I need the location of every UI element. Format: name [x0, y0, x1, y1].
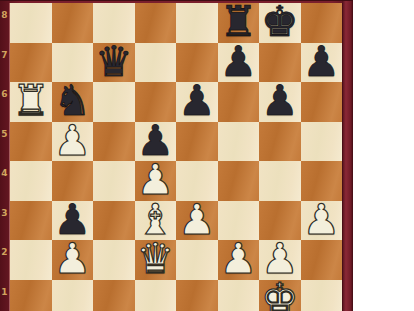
- rank-label-4: 4: [0, 168, 9, 178]
- piece-white-pawn[interactable]: ♟: [219, 239, 257, 278]
- piece-white-king[interactable]: ♚: [261, 279, 299, 311]
- square-c2[interactable]: [93, 240, 135, 280]
- square-b5[interactable]: ♟: [52, 122, 94, 162]
- square-e2[interactable]: [176, 240, 218, 280]
- piece-black-king[interactable]: ♚: [261, 2, 299, 41]
- piece-white-pawn[interactable]: ♟: [302, 200, 340, 239]
- square-h7[interactable]: ♟: [301, 43, 343, 83]
- chessboard-frame: 87654321 ♜♚♛♟♟♜♞♟♟♟♟♟♟♝♟♟♟♛♟♟♚: [0, 0, 353, 311]
- square-a8[interactable]: [10, 3, 52, 43]
- square-g5[interactable]: [259, 122, 301, 162]
- square-a1[interactable]: [10, 280, 52, 311]
- piece-black-pawn[interactable]: ♟: [136, 121, 174, 160]
- square-c3[interactable]: [93, 201, 135, 241]
- square-h1[interactable]: [301, 280, 343, 311]
- piece-black-knight[interactable]: ♞: [53, 81, 91, 120]
- piece-white-pawn[interactable]: ♟: [261, 239, 299, 278]
- square-a5[interactable]: [10, 122, 52, 162]
- piece-black-pawn[interactable]: ♟: [219, 42, 257, 81]
- square-g8[interactable]: ♚: [259, 3, 301, 43]
- square-h5[interactable]: [301, 122, 343, 162]
- piece-black-pawn[interactable]: ♟: [178, 81, 216, 120]
- square-e1[interactable]: [176, 280, 218, 311]
- square-a4[interactable]: [10, 161, 52, 201]
- rank-label-8: 8: [0, 10, 9, 20]
- square-d2[interactable]: ♛: [135, 240, 177, 280]
- rank-label-5: 5: [0, 129, 9, 139]
- piece-white-pawn[interactable]: ♟: [53, 121, 91, 160]
- piece-white-pawn[interactable]: ♟: [53, 239, 91, 278]
- rank-label-6: 6: [0, 89, 9, 99]
- piece-black-pawn[interactable]: ♟: [53, 200, 91, 239]
- square-e5[interactable]: [176, 122, 218, 162]
- rank-label-1: 1: [0, 287, 9, 297]
- square-c5[interactable]: [93, 122, 135, 162]
- square-c4[interactable]: [93, 161, 135, 201]
- square-f6[interactable]: [218, 82, 260, 122]
- square-h3[interactable]: ♟: [301, 201, 343, 241]
- square-e3[interactable]: ♟: [176, 201, 218, 241]
- piece-black-rook[interactable]: ♜: [219, 2, 257, 41]
- piece-black-queen[interactable]: ♛: [95, 42, 133, 81]
- square-c6[interactable]: [93, 82, 135, 122]
- rank-label-7: 7: [0, 50, 9, 60]
- piece-black-pawn[interactable]: ♟: [261, 81, 299, 120]
- rank-label-2: 2: [0, 247, 9, 257]
- rank-label-3: 3: [0, 208, 9, 218]
- square-a2[interactable]: [10, 240, 52, 280]
- square-c1[interactable]: [93, 280, 135, 311]
- piece-white-rook[interactable]: ♜: [12, 81, 50, 120]
- square-b2[interactable]: ♟: [52, 240, 94, 280]
- piece-white-bishop[interactable]: ♝: [136, 200, 174, 239]
- square-g4[interactable]: [259, 161, 301, 201]
- square-f5[interactable]: [218, 122, 260, 162]
- square-f7[interactable]: ♟: [218, 43, 260, 83]
- piece-white-pawn[interactable]: ♟: [136, 160, 174, 199]
- square-f1[interactable]: [218, 280, 260, 311]
- square-b8[interactable]: [52, 3, 94, 43]
- square-e6[interactable]: ♟: [176, 82, 218, 122]
- square-d8[interactable]: [135, 3, 177, 43]
- square-d1[interactable]: [135, 280, 177, 311]
- square-f2[interactable]: ♟: [218, 240, 260, 280]
- square-f4[interactable]: [218, 161, 260, 201]
- piece-white-pawn[interactable]: ♟: [178, 200, 216, 239]
- square-g6[interactable]: ♟: [259, 82, 301, 122]
- square-a3[interactable]: [10, 201, 52, 241]
- square-h2[interactable]: [301, 240, 343, 280]
- square-e8[interactable]: [176, 3, 218, 43]
- piece-white-queen[interactable]: ♛: [136, 239, 174, 278]
- square-h6[interactable]: [301, 82, 343, 122]
- piece-black-pawn[interactable]: ♟: [302, 42, 340, 81]
- square-c7[interactable]: ♛: [93, 43, 135, 83]
- square-d7[interactable]: [135, 43, 177, 83]
- square-b1[interactable]: [52, 280, 94, 311]
- chessboard-grid: ♜♚♛♟♟♜♞♟♟♟♟♟♟♝♟♟♟♛♟♟♚: [10, 3, 342, 311]
- square-a6[interactable]: ♜: [10, 82, 52, 122]
- square-g1[interactable]: ♚: [259, 280, 301, 311]
